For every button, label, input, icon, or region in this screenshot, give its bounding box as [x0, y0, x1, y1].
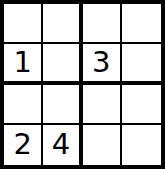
cell-r4c1-given: 2 [4, 125, 43, 165]
cell-r3c1[interactable] [4, 85, 43, 125]
cell-r2c1-given: 1 [4, 44, 43, 84]
cell-r1c1[interactable] [4, 4, 43, 44]
cell-r4c3[interactable] [83, 125, 122, 165]
cell-r2c3-given: 3 [83, 44, 122, 84]
cell-r3c2[interactable] [43, 85, 82, 125]
cell-r4c4[interactable] [122, 125, 161, 165]
cell-r3c4[interactable] [122, 85, 161, 125]
cell-r4c2-given: 4 [43, 125, 82, 165]
cell-r1c4[interactable] [122, 4, 161, 44]
cell-r1c3[interactable] [83, 4, 122, 44]
cell-r1c2[interactable] [43, 4, 82, 44]
sudoku-board: 1324 [0, 0, 165, 169]
cell-r2c4[interactable] [122, 44, 161, 84]
cell-r3c3[interactable] [83, 85, 122, 125]
cell-r2c2[interactable] [43, 44, 82, 84]
